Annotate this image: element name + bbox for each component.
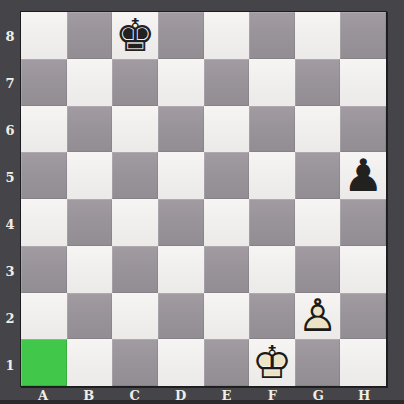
square-a6[interactable] <box>21 106 67 153</box>
rank-label-6: 6 <box>0 107 20 154</box>
square-h1[interactable] <box>340 339 386 386</box>
square-c2[interactable] <box>112 293 158 340</box>
square-d1[interactable] <box>158 339 204 386</box>
rank-label-3: 3 <box>0 248 20 295</box>
square-e8[interactable] <box>204 12 250 59</box>
square-g5[interactable] <box>295 152 341 199</box>
square-d4[interactable] <box>158 199 204 246</box>
square-b8[interactable] <box>67 12 113 59</box>
square-c5[interactable] <box>112 152 158 199</box>
square-f2[interactable] <box>249 293 295 340</box>
chess-board: ♚♟♟♙♚♔ <box>20 11 387 387</box>
square-a1[interactable] <box>21 339 67 386</box>
rank-label-1: 1 <box>0 342 20 389</box>
rank-labels: 8 7 6 5 4 3 2 1 <box>0 11 20 387</box>
square-d6[interactable] <box>158 106 204 153</box>
square-h6[interactable] <box>340 106 386 153</box>
square-b4[interactable] <box>67 199 113 246</box>
square-e1[interactable] <box>204 339 250 386</box>
black-king-piece[interactable]: ♚ <box>115 13 155 58</box>
square-b2[interactable] <box>67 293 113 340</box>
rank-label-4: 4 <box>0 201 20 248</box>
square-a3[interactable] <box>21 246 67 293</box>
square-c4[interactable] <box>112 199 158 246</box>
square-c8[interactable]: ♚ <box>112 12 158 59</box>
rank-label-7: 7 <box>0 60 20 107</box>
square-d8[interactable] <box>158 12 204 59</box>
square-e4[interactable] <box>204 199 250 246</box>
square-b3[interactable] <box>67 246 113 293</box>
square-d3[interactable] <box>158 246 204 293</box>
rank-label-2: 2 <box>0 295 20 342</box>
square-d5[interactable] <box>158 152 204 199</box>
white-king-piece[interactable]: ♚♔ <box>252 340 292 385</box>
square-d2[interactable] <box>158 293 204 340</box>
square-b6[interactable] <box>67 106 113 153</box>
square-g3[interactable] <box>295 246 341 293</box>
square-a4[interactable] <box>21 199 67 246</box>
square-h8[interactable] <box>340 12 386 59</box>
white-pawn-piece[interactable]: ♟♙ <box>297 293 337 338</box>
square-c1[interactable] <box>112 339 158 386</box>
square-c6[interactable] <box>112 106 158 153</box>
black-king-fill-glyph: ♚ <box>115 13 155 58</box>
square-b5[interactable] <box>67 152 113 199</box>
white-king-outline-glyph: ♔ <box>252 340 292 385</box>
square-e3[interactable] <box>204 246 250 293</box>
chess-board-widget: 8 7 6 5 4 3 2 1 ♚♟♟♙♚♔ A B C D E F G H <box>0 0 404 404</box>
square-g6[interactable] <box>295 106 341 153</box>
black-pawn-fill-glyph: ♟ <box>343 153 383 198</box>
square-h5[interactable]: ♟ <box>340 152 386 199</box>
square-e5[interactable] <box>204 152 250 199</box>
square-e6[interactable] <box>204 106 250 153</box>
square-b1[interactable] <box>67 339 113 386</box>
square-g4[interactable] <box>295 199 341 246</box>
square-a7[interactable] <box>21 59 67 106</box>
square-g2[interactable]: ♟♙ <box>295 293 341 340</box>
square-g7[interactable] <box>295 59 341 106</box>
square-a2[interactable] <box>21 293 67 340</box>
square-f4[interactable] <box>249 199 295 246</box>
square-f5[interactable] <box>249 152 295 199</box>
square-d7[interactable] <box>158 59 204 106</box>
square-h3[interactable] <box>340 246 386 293</box>
black-pawn-piece[interactable]: ♟ <box>343 153 383 198</box>
rank-label-8: 8 <box>0 13 20 60</box>
square-c7[interactable] <box>112 59 158 106</box>
rank-label-5: 5 <box>0 154 20 201</box>
square-h4[interactable] <box>340 199 386 246</box>
square-h2[interactable] <box>340 293 386 340</box>
square-f3[interactable] <box>249 246 295 293</box>
square-f7[interactable] <box>249 59 295 106</box>
square-c3[interactable] <box>112 246 158 293</box>
square-e7[interactable] <box>204 59 250 106</box>
square-b7[interactable] <box>67 59 113 106</box>
square-f1[interactable]: ♚♔ <box>249 339 295 386</box>
bottom-edge-shadow <box>0 400 404 404</box>
square-g1[interactable] <box>295 339 341 386</box>
square-g8[interactable] <box>295 12 341 59</box>
square-a5[interactable] <box>21 152 67 199</box>
square-f8[interactable] <box>249 12 295 59</box>
square-e2[interactable] <box>204 293 250 340</box>
white-pawn-outline-glyph: ♙ <box>297 293 337 338</box>
square-a8[interactable] <box>21 12 67 59</box>
square-h7[interactable] <box>340 59 386 106</box>
square-f6[interactable] <box>249 106 295 153</box>
